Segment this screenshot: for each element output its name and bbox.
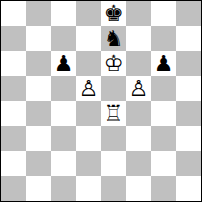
square-h3[interactable]: [176, 126, 201, 151]
square-d4[interactable]: [76, 101, 101, 126]
square-c4[interactable]: [51, 101, 76, 126]
square-f3[interactable]: [126, 126, 151, 151]
square-f5[interactable]: ♙: [126, 76, 151, 101]
chess-board: ♚♞♟♔♟♙♙♖: [0, 0, 202, 202]
square-b8[interactable]: [26, 1, 51, 26]
square-e1[interactable]: [101, 176, 126, 201]
square-a8[interactable]: [1, 1, 26, 26]
square-b7[interactable]: [26, 26, 51, 51]
square-b2[interactable]: [26, 151, 51, 176]
square-e4[interactable]: ♖: [101, 101, 126, 126]
square-c3[interactable]: [51, 126, 76, 151]
square-a5[interactable]: [1, 76, 26, 101]
square-c7[interactable]: [51, 26, 76, 51]
square-f6[interactable]: [126, 51, 151, 76]
square-e8[interactable]: ♚: [101, 1, 126, 26]
square-b1[interactable]: [26, 176, 51, 201]
square-a2[interactable]: [1, 151, 26, 176]
square-g3[interactable]: [151, 126, 176, 151]
square-a4[interactable]: [1, 101, 26, 126]
square-c5[interactable]: [51, 76, 76, 101]
square-f1[interactable]: [126, 176, 151, 201]
square-b4[interactable]: [26, 101, 51, 126]
white-king-icon[interactable]: ♔: [104, 51, 124, 76]
square-c8[interactable]: [51, 1, 76, 26]
square-g2[interactable]: [151, 151, 176, 176]
square-a3[interactable]: [1, 126, 26, 151]
white-pawn-icon[interactable]: ♙: [79, 76, 99, 101]
square-f7[interactable]: [126, 26, 151, 51]
square-b5[interactable]: [26, 76, 51, 101]
black-pawn-icon[interactable]: ♟: [54, 51, 74, 76]
square-h1[interactable]: [176, 176, 201, 201]
square-d7[interactable]: [76, 26, 101, 51]
square-e6[interactable]: ♔: [101, 51, 126, 76]
square-d2[interactable]: [76, 151, 101, 176]
square-e7[interactable]: ♞: [101, 26, 126, 51]
black-knight-icon[interactable]: ♞: [104, 26, 124, 51]
black-king-icon[interactable]: ♚: [104, 1, 124, 26]
square-h2[interactable]: [176, 151, 201, 176]
square-g8[interactable]: [151, 1, 176, 26]
white-rook-icon[interactable]: ♖: [104, 101, 124, 126]
square-e5[interactable]: [101, 76, 126, 101]
square-a1[interactable]: [1, 176, 26, 201]
square-g6[interactable]: ♟: [151, 51, 176, 76]
square-h8[interactable]: [176, 1, 201, 26]
square-d8[interactable]: [76, 1, 101, 26]
square-d5[interactable]: ♙: [76, 76, 101, 101]
square-f8[interactable]: [126, 1, 151, 26]
square-c6[interactable]: ♟: [51, 51, 76, 76]
square-g4[interactable]: [151, 101, 176, 126]
black-pawn-icon[interactable]: ♟: [154, 51, 174, 76]
white-pawn-icon[interactable]: ♙: [129, 76, 149, 101]
square-d3[interactable]: [76, 126, 101, 151]
square-d1[interactable]: [76, 176, 101, 201]
square-a7[interactable]: [1, 26, 26, 51]
square-c2[interactable]: [51, 151, 76, 176]
square-d6[interactable]: [76, 51, 101, 76]
square-h6[interactable]: [176, 51, 201, 76]
square-f2[interactable]: [126, 151, 151, 176]
square-g5[interactable]: [151, 76, 176, 101]
square-h5[interactable]: [176, 76, 201, 101]
square-c1[interactable]: [51, 176, 76, 201]
square-g1[interactable]: [151, 176, 176, 201]
square-b3[interactable]: [26, 126, 51, 151]
square-h7[interactable]: [176, 26, 201, 51]
square-b6[interactable]: [26, 51, 51, 76]
square-h4[interactable]: [176, 101, 201, 126]
square-f4[interactable]: [126, 101, 151, 126]
square-a6[interactable]: [1, 51, 26, 76]
square-g7[interactable]: [151, 26, 176, 51]
square-e2[interactable]: [101, 151, 126, 176]
square-e3[interactable]: [101, 126, 126, 151]
board-grid: ♚♞♟♔♟♙♙♖: [1, 1, 201, 201]
